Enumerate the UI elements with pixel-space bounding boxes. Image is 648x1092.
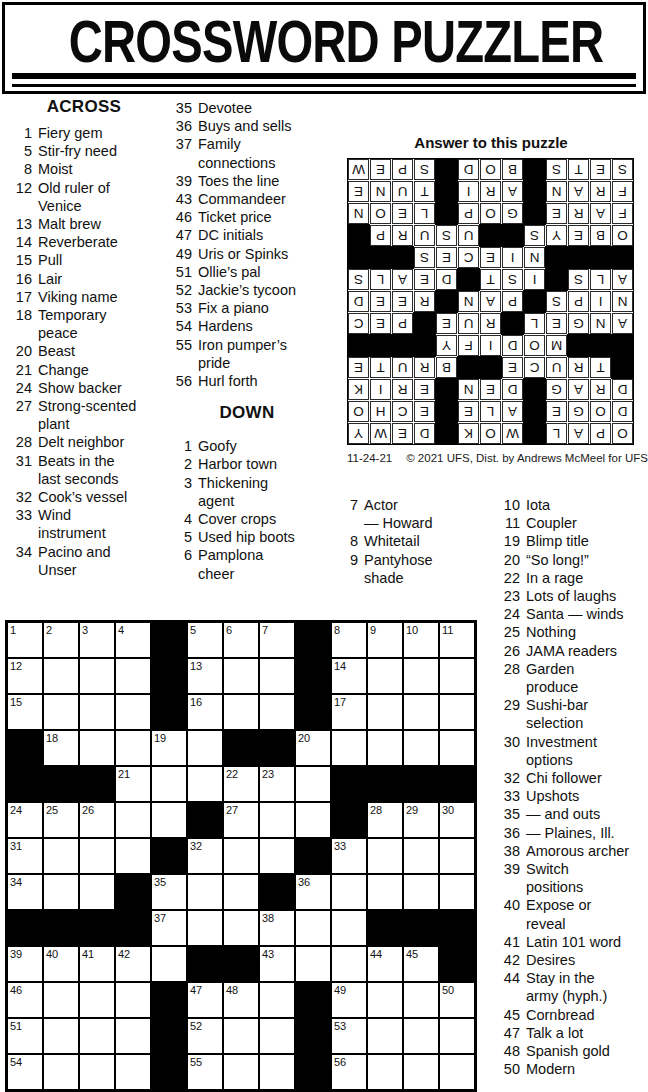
grid-cell[interactable]: [224, 659, 258, 693]
answer-block-cell: [524, 423, 545, 444]
answer-block-cell: [348, 335, 369, 356]
grid-cell[interactable]: [80, 731, 114, 765]
grid-cell[interactable]: 30: [440, 803, 474, 837]
grid-cell[interactable]: 56: [332, 1055, 366, 1089]
clue-number: 19: [500, 532, 520, 550]
grid-cell[interactable]: 19: [152, 731, 186, 765]
answer-letter-cell: E: [458, 401, 479, 422]
clue-item: 47Talk a lot: [500, 1024, 648, 1042]
grid-cell[interactable]: 40: [44, 947, 78, 981]
answer-letter-cell: D: [436, 269, 457, 290]
answer-block-cell: [546, 269, 567, 290]
clue-text: Change: [38, 361, 89, 379]
grid-cell[interactable]: 24: [8, 803, 42, 837]
grid-cell[interactable]: 43: [260, 947, 294, 981]
grid-cell[interactable]: 10: [404, 623, 438, 657]
clue-text: Whitetail: [364, 532, 420, 550]
grid-cell[interactable]: 49: [332, 983, 366, 1017]
grid-cell[interactable]: [368, 695, 402, 729]
clue-number: 38: [500, 842, 520, 860]
answer-letter-cell: D: [502, 335, 523, 356]
answer-letter-cell: Y: [348, 423, 369, 444]
answer-block-cell: [436, 401, 457, 422]
answer-block-cell: [612, 247, 633, 268]
block-cell: [296, 1055, 330, 1089]
answer-letter-cell: O: [348, 401, 369, 422]
clue-number: 26: [500, 642, 520, 660]
clue-item: 46Ticket price: [168, 208, 326, 226]
grid-cell[interactable]: [152, 803, 186, 837]
clue-text: Pacino and Unser: [38, 543, 111, 579]
grid-cell[interactable]: [44, 1055, 78, 1089]
answer-letter-cell: E: [436, 313, 457, 334]
puzzle-grid[interactable]: 1234567891011121314151617181920212223242…: [5, 620, 477, 1092]
answer-letter-cell: P: [458, 203, 479, 224]
grid-cell[interactable]: 26: [80, 803, 114, 837]
cell-number: 2: [46, 624, 52, 636]
grid-cell[interactable]: 36: [296, 875, 330, 909]
answer-letter-cell: Y: [436, 335, 457, 356]
grid-cell[interactable]: 41: [80, 947, 114, 981]
clue-text: Stay in the army (hyph.): [526, 969, 607, 1005]
grid-cell[interactable]: 22: [224, 767, 258, 801]
answer-letter-cell: D: [458, 159, 479, 180]
grid-cell[interactable]: 9: [368, 623, 402, 657]
clue-text: Expose or reveal: [526, 896, 591, 932]
grid-cell[interactable]: 5: [188, 623, 222, 657]
clue-item: 8Whitetail: [342, 532, 492, 550]
clue-item: 7Actor — Howard: [342, 496, 492, 532]
clue-number: 32: [500, 769, 520, 787]
answer-letter-cell: O: [612, 225, 633, 246]
clue-number: 33: [500, 787, 520, 805]
grid-cell[interactable]: 47: [188, 983, 222, 1017]
block-cell: [80, 911, 114, 945]
grid-cell[interactable]: [368, 875, 402, 909]
grid-cell[interactable]: 20: [296, 731, 330, 765]
grid-cell[interactable]: 33: [332, 839, 366, 873]
answer-block-cell: [370, 247, 391, 268]
grid-cell[interactable]: [224, 839, 258, 873]
grid-cell[interactable]: [440, 875, 474, 909]
grid-cell[interactable]: 2: [44, 623, 78, 657]
across-header: ACROSS: [8, 97, 160, 117]
answer-letter-cell: S: [546, 159, 567, 180]
grid-cell[interactable]: [296, 947, 330, 981]
attribution-line: 11-24-21 © 2021 UFS, Dist. by Andrews Mc…: [347, 452, 643, 464]
clue-number: 2: [168, 455, 192, 473]
answer-block-cell: [524, 203, 545, 224]
answer-letter-cell: U: [414, 225, 435, 246]
clue-item: 41Latin 101 word: [500, 933, 648, 951]
grid-cell[interactable]: 54: [8, 1055, 42, 1089]
grid-cell[interactable]: 25: [44, 803, 78, 837]
clue-text: Strong-scented plant: [38, 397, 136, 433]
grid-cell[interactable]: 55: [188, 1055, 222, 1089]
clue-text: Investment options: [526, 733, 597, 769]
grid-cell[interactable]: [260, 1055, 294, 1089]
answer-letter-cell: O: [370, 203, 391, 224]
grid-cell[interactable]: [368, 839, 402, 873]
block-cell: [296, 695, 330, 729]
down-clue-list-1: 1Goofy2Harbor town3Thickening agent4Cove…: [168, 437, 326, 583]
clue-item: 17Viking name: [8, 288, 160, 306]
grid-cell[interactable]: [440, 839, 474, 873]
cell-number: 29: [406, 804, 418, 816]
clue-text: Temporary peace: [38, 306, 107, 342]
grid-cell[interactable]: [44, 659, 78, 693]
clue-item: 20Beast: [8, 342, 160, 360]
grid-cell[interactable]: [404, 1019, 438, 1053]
clue-item: 29Sushi-bar selection: [500, 696, 648, 732]
clue-text: Uris or Spinks: [198, 245, 288, 263]
grid-cell[interactable]: [404, 875, 438, 909]
grid-cell[interactable]: [44, 839, 78, 873]
down-clue-list-3: 10Iota11Coupler19Blimp title20“So long!”…: [500, 496, 648, 1079]
clue-item: 35— and outs: [500, 805, 648, 823]
answer-block-cell: [568, 335, 589, 356]
clue-item: 37Family connections: [168, 135, 326, 171]
grid-cell[interactable]: [404, 731, 438, 765]
grid-cell[interactable]: 32: [188, 839, 222, 873]
clue-number: 17: [8, 288, 32, 306]
grid-cell[interactable]: [224, 1019, 258, 1053]
clue-number: 56: [168, 372, 192, 390]
clue-item: 34Pacino and Unser: [8, 543, 160, 579]
clue-item: 43Commandeer: [168, 190, 326, 208]
clue-number: 24: [500, 605, 520, 623]
block-cell: [152, 659, 186, 693]
grid-cell[interactable]: 50: [440, 983, 474, 1017]
answer-letter-cell: N: [370, 181, 391, 202]
grid-cell[interactable]: 17: [332, 695, 366, 729]
grid-cell[interactable]: [116, 839, 150, 873]
answer-letter-cell: E: [568, 225, 589, 246]
grid-cell[interactable]: 8: [332, 623, 366, 657]
clue-text: Desires: [526, 951, 575, 969]
answer-block-cell: [458, 269, 479, 290]
grid-cell[interactable]: 15: [8, 695, 42, 729]
cell-number: 27: [226, 804, 238, 816]
clue-item: 6Pamplona cheer: [168, 546, 326, 582]
answer-letter-cell: D: [414, 423, 435, 444]
clue-text: JAMA readers: [526, 642, 617, 660]
answer-letter-cell: C: [392, 401, 413, 422]
grid-cell[interactable]: 53: [332, 1019, 366, 1053]
clue-number: 14: [8, 233, 32, 251]
clue-number: 29: [500, 696, 520, 714]
cell-number: 44: [370, 948, 382, 960]
clue-text: Buys and sells: [198, 117, 292, 135]
grid-cell[interactable]: 3: [80, 623, 114, 657]
grid-cell[interactable]: [440, 1019, 474, 1053]
grid-cell[interactable]: 27: [224, 803, 258, 837]
clue-number: 1: [168, 437, 192, 455]
grid-cell[interactable]: [404, 839, 438, 873]
clue-text: Reverberate: [38, 233, 118, 251]
clue-item: 32Cook’s vessel: [8, 488, 160, 506]
clue-number: 23: [500, 587, 520, 605]
answer-letter-cell: I: [524, 269, 545, 290]
grid-cell[interactable]: [404, 983, 438, 1017]
grid-cell[interactable]: 38: [260, 911, 294, 945]
grid-cell[interactable]: [332, 947, 366, 981]
grid-cell[interactable]: [188, 767, 222, 801]
clue-item: 10Iota: [500, 496, 648, 514]
answer-letter-cell: L: [590, 269, 611, 290]
cell-number: 5: [190, 624, 196, 636]
grid-cell[interactable]: 46: [8, 983, 42, 1017]
grid-cell[interactable]: [368, 983, 402, 1017]
grid-cell[interactable]: 11: [440, 623, 474, 657]
clue-number: 15: [8, 251, 32, 269]
grid-cell[interactable]: 39: [8, 947, 42, 981]
clue-number: 54: [168, 317, 192, 335]
answer-letter-cell: L: [546, 423, 567, 444]
grid-cell[interactable]: [440, 695, 474, 729]
grid-cell[interactable]: [260, 983, 294, 1017]
clue-text: Moist: [38, 160, 73, 178]
block-cell: [44, 911, 78, 945]
grid-cell[interactable]: [152, 767, 186, 801]
grid-cell[interactable]: [188, 731, 222, 765]
clue-number: 46: [168, 208, 192, 226]
answer-letter-cell: S: [546, 291, 567, 312]
grid-cell[interactable]: [404, 695, 438, 729]
grid-cell[interactable]: [404, 659, 438, 693]
grid-cell[interactable]: [116, 983, 150, 1017]
grid-cell[interactable]: 23: [260, 767, 294, 801]
grid-cell[interactable]: [260, 695, 294, 729]
clue-number: 47: [500, 1024, 520, 1042]
cell-number: 26: [82, 804, 94, 816]
cell-number: 28: [370, 804, 382, 816]
grid-cell[interactable]: [80, 695, 114, 729]
clue-number: 33: [8, 506, 32, 524]
block-cell: [440, 767, 474, 801]
answer-letter-cell: B: [436, 357, 457, 378]
grid-cell[interactable]: 28: [368, 803, 402, 837]
grid-cell[interactable]: [188, 875, 222, 909]
answer-letter-cell: B: [502, 159, 523, 180]
block-cell: [332, 767, 366, 801]
clue-text: Devotee: [198, 99, 252, 117]
answer-letter-cell: G: [502, 203, 523, 224]
grid-cell[interactable]: [116, 731, 150, 765]
clue-text: Stir-fry need: [38, 142, 117, 160]
grid-cell[interactable]: [260, 839, 294, 873]
answer-letter-cell: C: [524, 357, 545, 378]
cell-number: 12: [10, 660, 22, 672]
grid-cell[interactable]: [44, 695, 78, 729]
clue-item: 36— Plaines, Ill.: [500, 824, 648, 842]
answer-letter-cell: A: [590, 203, 611, 224]
grid-cell[interactable]: 6: [224, 623, 258, 657]
grid-cell[interactable]: [80, 875, 114, 909]
grid-cell[interactable]: [260, 1019, 294, 1053]
clue-text: Beats in the last seconds: [38, 452, 119, 488]
grid-cell[interactable]: [80, 1055, 114, 1089]
grid-cell[interactable]: 31: [8, 839, 42, 873]
answer-letter-cell: W: [370, 423, 391, 444]
grid-cell[interactable]: 45: [404, 947, 438, 981]
clue-text: Coupler: [526, 514, 577, 532]
grid-cell[interactable]: [296, 911, 330, 945]
block-cell: [188, 947, 222, 981]
grid-cell[interactable]: 51: [8, 1019, 42, 1053]
grid-cell[interactable]: [368, 659, 402, 693]
answer-letter-cell: E: [392, 423, 413, 444]
grid-cell[interactable]: [80, 659, 114, 693]
grid-cell[interactable]: 37: [152, 911, 186, 945]
grid-cell[interactable]: [80, 839, 114, 873]
cell-number: 45: [406, 948, 418, 960]
grid-cell[interactable]: 29: [404, 803, 438, 837]
clue-text: Blimp title: [526, 532, 589, 550]
answer-letter-cell: A: [502, 181, 523, 202]
grid-cell[interactable]: [224, 695, 258, 729]
grid-cell[interactable]: 1: [8, 623, 42, 657]
grid-cell[interactable]: 21: [116, 767, 150, 801]
clue-number: 31: [8, 452, 32, 470]
clue-item: 28Delt neighbor: [8, 433, 160, 451]
block-cell: [296, 983, 330, 1017]
answer-letter-cell: W: [502, 423, 523, 444]
grid-cell[interactable]: [404, 1055, 438, 1089]
clue-text: — and outs: [526, 805, 600, 823]
answer-letter-cell: N: [458, 379, 479, 400]
answer-letter-cell: A: [568, 379, 589, 400]
grid-cell[interactable]: 48: [224, 983, 258, 1017]
clue-item: 38Amorous archer: [500, 842, 648, 860]
cell-number: 3: [82, 624, 88, 636]
grid-cell[interactable]: [332, 911, 366, 945]
answer-letter-cell: E: [392, 203, 413, 224]
cell-number: 7: [262, 624, 268, 636]
grid-cell[interactable]: [224, 875, 258, 909]
answer-letter-cell: R: [480, 313, 501, 334]
down-header: DOWN: [168, 403, 326, 423]
answer-block-cell: [524, 181, 545, 202]
grid-cell[interactable]: [152, 947, 186, 981]
answer-block-cell: [414, 313, 435, 334]
clue-number: 13: [8, 215, 32, 233]
grid-cell[interactable]: [44, 875, 78, 909]
clue-text: In a rage: [526, 569, 583, 587]
grid-cell[interactable]: [440, 1055, 474, 1089]
grid-cell[interactable]: [440, 731, 474, 765]
grid-cell[interactable]: 44: [368, 947, 402, 981]
clue-text: Commandeer: [198, 190, 286, 208]
grid-cell[interactable]: [260, 803, 294, 837]
grid-cell[interactable]: [116, 803, 150, 837]
page-title: CROSSWORD PUZZLER: [69, 13, 579, 72]
grid-cell[interactable]: 7: [260, 623, 294, 657]
grid-cell[interactable]: [332, 875, 366, 909]
grid-cell[interactable]: 14: [332, 659, 366, 693]
cell-number: 40: [46, 948, 58, 960]
grid-cell[interactable]: [296, 803, 330, 837]
grid-cell[interactable]: [44, 983, 78, 1017]
grid-cell[interactable]: [440, 659, 474, 693]
clue-number: 32: [8, 488, 32, 506]
cell-number: 47: [190, 984, 202, 996]
clue-text: — Plaines, Ill.: [526, 824, 615, 842]
grid-cell[interactable]: 52: [188, 1019, 222, 1053]
clue-item: 50Modern: [500, 1060, 648, 1078]
grid-cell[interactable]: [260, 659, 294, 693]
clue-item: 16Lair: [8, 270, 160, 288]
grid-cell[interactable]: [116, 659, 150, 693]
grid-cell[interactable]: [80, 983, 114, 1017]
answer-block-cell: [480, 225, 501, 246]
cell-number: 51: [10, 1020, 22, 1032]
clue-item: 3Thickening agent: [168, 474, 326, 510]
cell-number: 8: [334, 624, 340, 636]
grid-cell[interactable]: [224, 911, 258, 945]
grid-cell[interactable]: 18: [44, 731, 78, 765]
answer-letter-cell: N: [590, 313, 611, 334]
grid-cell[interactable]: 35: [152, 875, 186, 909]
grid-cell[interactable]: [80, 1019, 114, 1053]
grid-cell[interactable]: 16: [188, 695, 222, 729]
answer-block-cell: [590, 247, 611, 268]
answer-letter-cell: E: [502, 357, 523, 378]
grid-cell[interactable]: 12: [8, 659, 42, 693]
clue-text: Harbor town: [198, 455, 277, 473]
grid-cell[interactable]: [368, 1019, 402, 1053]
grid-cell[interactable]: [368, 1055, 402, 1089]
grid-cell[interactable]: [116, 1019, 150, 1053]
clue-text: Beast: [38, 342, 75, 360]
clue-text: Santa — winds: [526, 605, 624, 623]
clue-text: Used hip boots: [198, 528, 295, 546]
grid-cell[interactable]: [44, 1019, 78, 1053]
cell-number: 9: [370, 624, 376, 636]
grid-cell[interactable]: 34: [8, 875, 42, 909]
clue-text: Nothing: [526, 623, 576, 641]
clue-item: 8Moist: [8, 160, 160, 178]
block-cell: [116, 911, 150, 945]
cell-number: 13: [190, 660, 202, 672]
grid-cell[interactable]: [116, 695, 150, 729]
answer-letter-cell: D: [502, 379, 523, 400]
grid-cell[interactable]: 4: [116, 623, 150, 657]
grid-cell[interactable]: [332, 731, 366, 765]
grid-cell[interactable]: [224, 1055, 258, 1089]
cell-number: 54: [10, 1056, 22, 1068]
answer-letter-cell: B: [590, 225, 611, 246]
answer-letter-cell: K: [458, 423, 479, 444]
block-cell: [152, 983, 186, 1017]
cell-number: 43: [262, 948, 274, 960]
grid-cell[interactable]: 42: [116, 947, 150, 981]
grid-cell[interactable]: [296, 767, 330, 801]
clue-text: Iota: [526, 496, 550, 514]
grid-cell[interactable]: [188, 911, 222, 945]
block-cell: [296, 1019, 330, 1053]
clue-number: 25: [500, 623, 520, 641]
clue-number: 4: [168, 510, 192, 528]
clue-number: 51: [168, 263, 192, 281]
grid-cell[interactable]: [368, 731, 402, 765]
answer-letter-cell: S: [348, 269, 369, 290]
grid-cell[interactable]: 13: [188, 659, 222, 693]
block-cell: [152, 695, 186, 729]
grid-cell[interactable]: [116, 1055, 150, 1089]
answer-letter-cell: F: [612, 203, 633, 224]
clue-number: 8: [8, 160, 32, 178]
